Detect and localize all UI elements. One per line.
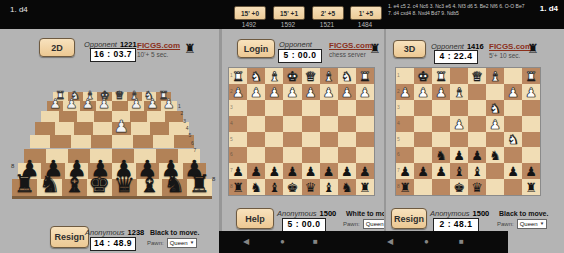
chess-rook-icon: ♜ [527, 42, 539, 55]
panel-divider [219, 29, 222, 253]
board-square[interactable]: ♟ [128, 101, 144, 111]
move-list: 1. e4 c5 2. c4 Nc6 3. Nc3 e6 4. Nf3 d6 5… [388, 3, 534, 16]
board-square[interactable] [450, 100, 468, 116]
board-square[interactable] [133, 135, 154, 149]
rank-label: 3 [230, 104, 233, 110]
board-square[interactable]: ♛ [468, 68, 486, 84]
white-pawn-piece[interactable]: ♟ [96, 98, 112, 111]
board-square[interactable]: ♟ [432, 163, 450, 179]
back-icon[interactable]: ◀ [243, 238, 249, 246]
black-pawn-piece[interactable]: ♟ [320, 165, 338, 178]
chess-board-3d[interactable]: ♜♞♝♚♛♝♞♜♟♟♟♟♟♟♟♟♟♟♟♟♟♟♟♟♜♞♝♚♛♝♞♜hgfedcba… [0, 29, 219, 253]
time-control-button-2-5[interactable]: 2' +5 [312, 6, 344, 20]
rank-label: 7 [230, 167, 233, 173]
ficgs-link[interactable]: FICGS.com [489, 42, 532, 51]
board-square[interactable] [320, 132, 338, 148]
panel-login-game: Login Opponent 5 : 00.0 FICGS.com chess … [222, 29, 384, 231]
board-square[interactable] [414, 147, 432, 163]
board-square[interactable]: ♞ [338, 68, 356, 84]
board-square[interactable]: ♟ [112, 122, 131, 134]
board-square[interactable] [450, 132, 468, 148]
board-square[interactable]: ♟ [522, 84, 540, 100]
dropdown-arrow-icon: ▼ [190, 239, 194, 247]
board-square[interactable]: ♟ [450, 116, 468, 132]
black-pawn-piece[interactable]: ♟ [247, 165, 265, 178]
white-rook-piece[interactable]: ♜ [432, 69, 450, 82]
board-square[interactable]: ♝ [468, 163, 486, 179]
board-square[interactable] [150, 122, 169, 134]
board-square[interactable] [41, 111, 59, 122]
board-square[interactable] [486, 179, 504, 195]
board-square[interactable]: ♟ [338, 163, 356, 179]
black-bishop-piece[interactable]: ♝ [265, 181, 283, 194]
rank-label: 7 [397, 167, 400, 173]
board-square[interactable] [77, 111, 95, 122]
board-square[interactable]: ♟ [522, 163, 540, 179]
board-square[interactable] [302, 147, 320, 163]
rank-label: 8 [397, 183, 400, 189]
board-square[interactable] [356, 100, 374, 116]
current-move-label: 1. d4 [540, 4, 558, 13]
help-button[interactable]: Help [236, 208, 274, 229]
board-square[interactable] [302, 100, 320, 116]
board-square[interactable] [112, 135, 133, 149]
player-clock: 5 : 00.0 [282, 218, 326, 232]
board-square[interactable]: ♟ [356, 163, 374, 179]
board-square[interactable]: ♚ [283, 68, 301, 84]
black-pawn-piece[interactable]: ♟ [338, 165, 356, 178]
rank-label: 8 [212, 176, 215, 182]
board-square[interactable] [468, 100, 486, 116]
board-square[interactable]: ♛ [468, 179, 486, 195]
black-queen-piece[interactable]: ♛ [302, 181, 320, 194]
board-square[interactable] [338, 116, 356, 132]
turn-indicator: Black to move. [499, 210, 548, 217]
white-rook-piece[interactable]: ♜ [356, 69, 374, 82]
promotion-label: Pawn: [147, 240, 164, 246]
app-screen: 1. d4 15' +0 15' +1 2' +5 1' +5 1492 159… [0, 0, 564, 253]
black-rook-piece[interactable]: ♜ [12, 172, 37, 196]
time-control-button-1-5[interactable]: 1' +5 [350, 6, 382, 20]
board-square[interactable] [432, 100, 450, 116]
turn-indicator: Black to move. [150, 229, 199, 236]
black-knight-piece[interactable]: ♞ [247, 181, 265, 194]
board-square[interactable]: ♟ [468, 147, 486, 163]
white-pawn-piece[interactable]: ♟ [302, 85, 320, 98]
black-pawn-piece[interactable]: ♟ [432, 165, 450, 178]
board-square[interactable]: ♛ [302, 179, 320, 195]
switch-3d-button[interactable]: 3D [393, 40, 426, 58]
rank-label: 1 [230, 72, 233, 78]
player-rating: 1500 [473, 209, 490, 218]
home-icon[interactable]: ● [280, 238, 285, 246]
board-square[interactable] [265, 100, 283, 116]
rank-label: 6 [230, 151, 233, 157]
board-square[interactable]: ♟ [338, 84, 356, 100]
white-pawn-piece[interactable]: ♟ [63, 98, 79, 111]
board-square[interactable] [93, 122, 112, 134]
board-square[interactable]: ♟ [161, 101, 177, 111]
board-square[interactable] [247, 132, 265, 148]
board-square[interactable] [468, 84, 486, 100]
white-knight-piece[interactable]: ♞ [504, 133, 522, 146]
board-square[interactable] [320, 147, 338, 163]
board-front-edge [12, 196, 212, 199]
chess-board-2d-game[interactable]: ♚♜♛♝♜♟♟♟♝♟♟♞♟♟♞♞♟♟♞♟♟♟♝♝♟♟♜♚♛♜12345678 [396, 68, 540, 195]
white-knight-piece[interactable]: ♞ [247, 69, 265, 82]
board-square[interactable]: ♝ [320, 68, 338, 84]
home-icon[interactable]: ● [424, 238, 429, 246]
board-square[interactable]: ♜ [432, 68, 450, 84]
black-knight-piece[interactable]: ♞ [162, 172, 187, 196]
board-square[interactable] [320, 100, 338, 116]
board-square[interactable] [522, 147, 540, 163]
opponent-label: Opponent [279, 40, 312, 49]
board-square[interactable] [522, 116, 540, 132]
board-square[interactable] [71, 135, 92, 149]
white-pawn-piece[interactable]: ♟ [522, 85, 540, 98]
black-king-piece[interactable]: ♚ [450, 181, 468, 194]
board-square[interactable] [147, 111, 165, 122]
black-pawn-piece[interactable]: ♟ [450, 149, 468, 162]
move-list-line2: 7. d4 cxd4 8. Nxd4 Bd7 9. Ndb5 [388, 10, 534, 17]
board-square[interactable]: ♟ [247, 84, 265, 100]
chess-board-2d-start[interactable]: ♜♞♝♚♛♝♞♜♟♟♟♟♟♟♟♟♟♟♟♟♟♟♟♟♜♞♝♚♛♝♞♜12345678 [229, 68, 374, 195]
board-square[interactable] [356, 147, 374, 163]
board-square[interactable]: ♟ [414, 84, 432, 100]
board-square[interactable] [320, 116, 338, 132]
player-clock: 2 : 48.1 [433, 218, 479, 232]
rank-label: 6 [191, 140, 194, 146]
board-square[interactable]: ♟ [356, 84, 374, 100]
board-square[interactable] [486, 84, 504, 100]
back-icon[interactable]: ◀ [387, 238, 393, 246]
black-pawn-piece[interactable]: ♟ [504, 165, 522, 178]
site-caption: chess server [329, 51, 366, 58]
board-square[interactable]: ♜ [522, 179, 540, 195]
black-bishop-piece[interactable]: ♝ [468, 165, 486, 178]
board-square[interactable] [504, 116, 522, 132]
board-square[interactable] [50, 135, 71, 149]
board-square[interactable]: ♚ [450, 179, 468, 195]
board-square[interactable]: ♟ [47, 101, 63, 111]
board-square[interactable] [74, 122, 93, 134]
board-square[interactable]: ♚ [283, 179, 301, 195]
board-square[interactable]: ♟ [504, 163, 522, 179]
board-square[interactable] [414, 132, 432, 148]
board-square[interactable]: ♟ [302, 163, 320, 179]
ficgs-link[interactable]: FICGS.com [329, 41, 372, 50]
promotion-control: Pawn:Queen▼ [147, 238, 197, 248]
promotion-value: Queen [520, 221, 538, 227]
board-square[interactable]: ♟ [450, 147, 468, 163]
player-label: Anonymous [430, 209, 470, 218]
rank-label: 1 [178, 103, 181, 109]
board-square[interactable]: ♚ [414, 68, 432, 84]
white-queen-piece[interactable]: ♛ [468, 69, 486, 82]
black-rook-piece[interactable]: ♜ [356, 181, 374, 194]
rank-label: 7 [194, 147, 197, 153]
board-square[interactable] [504, 100, 522, 116]
rank-label: 1 [397, 72, 400, 78]
board-square[interactable]: ♟ [320, 163, 338, 179]
board-square[interactable] [59, 111, 77, 122]
board-square[interactable] [283, 132, 301, 148]
player-rating: 1238 [128, 228, 145, 237]
time-control-button-15-0[interactable]: 15' +0 [234, 6, 266, 20]
board-square[interactable]: ♟ [265, 84, 283, 100]
board-square[interactable] [112, 101, 128, 111]
board-square[interactable] [283, 147, 301, 163]
board-square[interactable] [265, 147, 283, 163]
board-square[interactable]: ♟ [504, 84, 522, 100]
board-square[interactable]: ♟ [283, 84, 301, 100]
board-square[interactable] [468, 132, 486, 148]
resign-button[interactable]: Resign [391, 208, 427, 229]
black-pawn-piece[interactable]: ♟ [468, 149, 486, 162]
file-label: e [98, 186, 101, 192]
board-square[interactable]: ♜ [522, 68, 540, 84]
board-square[interactable] [94, 111, 112, 122]
board-square[interactable] [131, 122, 150, 134]
file-label: h [24, 186, 27, 192]
recents-icon[interactable]: ■ [313, 238, 318, 246]
white-pawn-piece[interactable]: ♟ [504, 85, 522, 98]
board-square[interactable] [265, 116, 283, 132]
board-square[interactable]: ♟ [414, 163, 432, 179]
board-square[interactable] [302, 132, 320, 148]
board-square[interactable] [247, 147, 265, 163]
board-square[interactable] [35, 122, 54, 134]
white-pawn-piece[interactable]: ♟ [144, 98, 160, 111]
board-square[interactable]: ♜ [356, 68, 374, 84]
rank-label: 4 [397, 120, 400, 126]
player-label: Anonymous [277, 209, 317, 218]
board-square[interactable]: ♟ [302, 84, 320, 100]
board-square[interactable]: ♝ [265, 68, 283, 84]
board-square[interactable] [414, 179, 432, 195]
promotion-label: Pawn: [343, 221, 360, 227]
board-square[interactable]: ♜ [356, 179, 374, 195]
board-square[interactable]: ♟ [247, 163, 265, 179]
board-square[interactable]: ♟ [63, 101, 79, 111]
black-rook-piece[interactable]: ♜ [187, 172, 212, 196]
last-move-label: 1. d4 [10, 5, 28, 14]
promotion-value: Queen [170, 240, 188, 246]
opponent-clock: 5 : 00.0 [278, 49, 322, 63]
board-square[interactable] [522, 132, 540, 148]
white-king-piece[interactable]: ♚ [283, 69, 301, 82]
board-square[interactable]: ♟ [486, 116, 504, 132]
board-square[interactable] [356, 116, 374, 132]
black-pawn-piece[interactable]: ♟ [356, 165, 374, 178]
rank-label: 8 [230, 183, 233, 189]
board-square[interactable] [504, 179, 522, 195]
board-square[interactable]: ♞ [432, 147, 450, 163]
board-square[interactable] [504, 68, 522, 84]
time-control-caption: 5'+ 10 sec. [489, 52, 520, 59]
black-knight-piece[interactable]: ♞ [432, 149, 450, 162]
promotion-label: Pawn: [497, 221, 514, 227]
rank-label: 5 [230, 136, 233, 142]
promotion-control: Pawn:Queen▼ [497, 219, 547, 229]
white-queen-piece[interactable]: ♛ [112, 90, 127, 101]
board-square[interactable] [486, 163, 504, 179]
rating-15-0: 1492 [233, 21, 265, 28]
board-square[interactable] [130, 111, 148, 122]
white-pawn-piece[interactable]: ♟ [161, 98, 177, 111]
time-control-button-15-1[interactable]: 15' +1 [273, 6, 305, 20]
black-bishop-piece[interactable]: ♝ [320, 181, 338, 194]
board-square[interactable]: ♟ [80, 101, 96, 111]
board-square[interactable] [153, 135, 174, 149]
white-bishop-piece[interactable]: ♝ [486, 69, 504, 82]
board-square[interactable]: ♟ [283, 163, 301, 179]
board-square[interactable] [247, 116, 265, 132]
white-pawn-piece[interactable]: ♟ [283, 85, 301, 98]
board-square[interactable] [30, 135, 51, 149]
board-square[interactable] [91, 135, 112, 149]
rank-label: 3 [397, 104, 400, 110]
board-square[interactable] [55, 122, 74, 134]
recents-icon[interactable]: ■ [459, 238, 464, 246]
board-square[interactable] [265, 132, 283, 148]
board-square[interactable] [356, 132, 374, 148]
file-label: c [148, 186, 151, 192]
white-pawn-piece[interactable]: ♟ [247, 85, 265, 98]
white-pawn-piece[interactable]: ♟ [265, 85, 283, 98]
white-pawn-piece[interactable]: ♟ [356, 85, 374, 98]
rank-label: 4 [186, 125, 189, 131]
board-square[interactable]: ♞ [486, 147, 504, 163]
board-square[interactable] [302, 116, 320, 132]
white-pawn-piece[interactable]: ♟ [450, 117, 468, 130]
board-square[interactable]: ♟ [265, 163, 283, 179]
black-pawn-piece[interactable]: ♟ [414, 165, 432, 178]
board-square[interactable]: ♛ [302, 68, 320, 84]
file-label: f [73, 186, 75, 192]
white-pawn-piece[interactable]: ♟ [128, 98, 144, 111]
board-square[interactable] [468, 116, 486, 132]
board-square[interactable]: ♞ [247, 179, 265, 195]
chess-rook-icon: ♜ [369, 42, 381, 55]
white-bishop-piece[interactable]: ♝ [320, 69, 338, 82]
rank-label: 4 [230, 120, 233, 126]
black-bishop-piece[interactable]: ♝ [137, 172, 162, 196]
panel-2d-game: 3D Opponent1416 4 : 22.4 FICGS.com 5'+ 1… [386, 29, 564, 231]
white-bishop-piece[interactable]: ♝ [450, 85, 468, 98]
board-square[interactable] [450, 68, 468, 84]
white-bishop-piece[interactable]: ♝ [265, 69, 283, 82]
white-knight-piece[interactable]: ♞ [338, 69, 356, 82]
board-square[interactable]: ♟ [96, 101, 112, 111]
black-bishop-piece[interactable]: ♝ [450, 165, 468, 178]
board-square[interactable] [283, 116, 301, 132]
black-knight-piece[interactable]: ♞ [486, 149, 504, 162]
board-square[interactable]: ♞ [486, 100, 504, 116]
white-pawn-piece[interactable]: ♟ [80, 98, 96, 111]
black-king-piece[interactable]: ♚ [87, 172, 112, 196]
board-square[interactable] [414, 116, 432, 132]
black-bishop-piece[interactable]: ♝ [62, 172, 87, 196]
panel-divider [384, 29, 386, 231]
board-square[interactable]: ♟ [432, 84, 450, 100]
rating-1-5: 1484 [349, 21, 381, 28]
rating-15-1: 1592 [272, 21, 304, 28]
black-knight-piece[interactable]: ♞ [338, 181, 356, 194]
white-king-piece[interactable]: ♚ [414, 69, 432, 82]
promotion-select[interactable]: Queen▼ [517, 219, 547, 229]
board-square[interactable]: ♞ [504, 132, 522, 148]
white-queen-piece[interactable]: ♛ [302, 69, 320, 82]
rank-label: 3 [183, 118, 186, 124]
white-pawn-piece[interactable]: ♟ [432, 85, 450, 98]
board-square[interactable]: ♝ [320, 179, 338, 195]
white-pawn-piece[interactable]: ♟ [338, 85, 356, 98]
board-square[interactable]: ♝ [450, 84, 468, 100]
rank-label: 5 [397, 136, 400, 142]
board-square[interactable] [338, 100, 356, 116]
promotion-select[interactable]: Queen▼ [167, 238, 197, 248]
panel-3d-game: 2D Opponent1221 16 : 03.7 FICGS.com 10'+… [0, 29, 219, 253]
opponent-clock: 4 : 22.4 [434, 50, 478, 64]
black-pawn-piece[interactable]: ♟ [265, 165, 283, 178]
black-king-piece[interactable]: ♚ [283, 181, 301, 194]
white-pawn-piece[interactable]: ♟ [486, 117, 504, 130]
resign-button[interactable]: Resign [50, 226, 89, 248]
white-pawn-piece[interactable]: ♟ [320, 85, 338, 98]
board-square[interactable] [432, 116, 450, 132]
black-queen-piece[interactable]: ♛ [468, 181, 486, 194]
black-pawn-piece[interactable]: ♟ [522, 165, 540, 178]
black-pawn-piece[interactable]: ♟ [283, 165, 301, 178]
white-rook-piece[interactable]: ♜ [522, 69, 540, 82]
login-button[interactable]: Login [237, 39, 275, 58]
board-square[interactable] [283, 100, 301, 116]
board-square[interactable]: ♞ [247, 68, 265, 84]
black-pawn-piece[interactable]: ♟ [302, 165, 320, 178]
black-queen-piece[interactable]: ♛ [112, 172, 137, 196]
black-knight-piece[interactable]: ♞ [37, 172, 62, 196]
board-square[interactable] [504, 147, 522, 163]
board-square[interactable] [432, 179, 450, 195]
rank-label: 2 [230, 88, 233, 94]
player-clock: 14 : 48.9 [90, 237, 136, 251]
board-square[interactable] [522, 100, 540, 116]
board-square[interactable]: ♝ [265, 179, 283, 195]
white-pawn-piece[interactable]: ♟ [112, 118, 131, 135]
board-square[interactable]: ♝ [450, 163, 468, 179]
black-rook-piece[interactable]: ♜ [522, 181, 540, 194]
board-square[interactable]: ♛ [112, 92, 127, 101]
board-square[interactable]: ♟ [320, 84, 338, 100]
board-square[interactable] [414, 100, 432, 116]
board-square[interactable]: ♞ [338, 179, 356, 195]
white-pawn-piece[interactable]: ♟ [47, 98, 63, 111]
board-square[interactable] [486, 132, 504, 148]
white-pawn-piece[interactable]: ♟ [414, 85, 432, 98]
file-label: a [197, 186, 200, 192]
move-list-line1: 1. e4 c5 2. c4 Nc6 3. Nc3 e6 4. Nf3 d6 5… [388, 3, 534, 10]
board-square[interactable]: ♟ [144, 101, 160, 111]
board-square[interactable]: ♝ [486, 68, 504, 84]
board-square[interactable] [247, 100, 265, 116]
board-square[interactable] [432, 132, 450, 148]
board-square[interactable] [338, 147, 356, 163]
white-knight-piece[interactable]: ♞ [486, 101, 504, 114]
board-square[interactable] [338, 132, 356, 148]
dropdown-arrow-icon: ▼ [540, 220, 544, 228]
